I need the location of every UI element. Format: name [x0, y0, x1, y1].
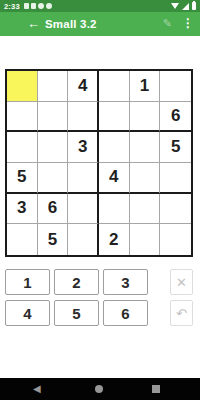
app-bar: ← Small 3.2 ✎ ⋮ — [0, 12, 200, 36]
signal-icon — [182, 3, 189, 10]
grid-cell-r6c6[interactable] — [160, 224, 191, 255]
status-bar: 2:33 — [0, 0, 200, 12]
grid-cell-r4c6[interactable] — [160, 163, 191, 194]
grid-cell-r1c6[interactable] — [160, 71, 191, 102]
grid-cell-r6c4[interactable]: 2 — [99, 224, 130, 255]
grid-cell-r1c3[interactable]: 4 — [68, 71, 99, 102]
notification-icon-2 — [31, 3, 36, 9]
grid-cell-r3c3[interactable]: 3 — [68, 132, 99, 163]
numpad-row-2: 4 5 6 ↶ — [5, 300, 193, 326]
grid-cell-r2c1[interactable] — [7, 102, 38, 133]
grid-cell-r3c5[interactable] — [130, 132, 161, 163]
grid-cell-r3c2[interactable] — [38, 132, 69, 163]
overflow-menu-icon[interactable]: ⋮ — [182, 16, 194, 30]
digit-button-3[interactable]: 3 — [103, 269, 148, 295]
grid-cell-r3c4[interactable] — [99, 132, 130, 163]
digit-button-6[interactable]: 6 — [103, 300, 148, 326]
notification-icon-3 — [38, 3, 44, 9]
grid-cell-r5c3[interactable] — [68, 194, 99, 225]
numpad-row-1: 1 2 3 ✕ — [5, 269, 193, 295]
wifi-icon — [171, 3, 179, 9]
grid-cell-r2c3[interactable] — [68, 102, 99, 133]
battery-icon — [192, 2, 196, 10]
notification-icon-4 — [46, 3, 52, 9]
grid-cell-r4c1[interactable]: 5 — [7, 163, 38, 194]
notification-icons — [24, 3, 52, 9]
clear-button[interactable]: ✕ — [170, 269, 193, 295]
page-title: Small 3.2 — [45, 18, 97, 30]
grid-cell-r3c6[interactable]: 5 — [160, 132, 191, 163]
back-icon[interactable]: ← — [27, 16, 40, 31]
grid-cell-r6c1[interactable] — [7, 224, 38, 255]
grid-cell-r2c6[interactable]: 6 — [160, 102, 191, 133]
grid-cell-r5c2[interactable]: 6 — [38, 194, 69, 225]
grid-cell-r6c5[interactable] — [130, 224, 161, 255]
grid-cell-r4c5[interactable] — [130, 163, 161, 194]
nav-recents-icon[interactable] — [152, 385, 160, 393]
phone-screen: 2:33 ← Small 3.2 ✎ ⋮ 41635543652 1 2 3 ✕… — [0, 0, 200, 400]
grid-cell-r5c6[interactable] — [160, 194, 191, 225]
digit-button-4[interactable]: 4 — [5, 300, 50, 326]
digit-button-2[interactable]: 2 — [54, 269, 99, 295]
grid-cell-r1c1[interactable] — [7, 71, 38, 102]
grid-cell-r1c5[interactable]: 1 — [130, 71, 161, 102]
android-nav-bar: ◀ — [0, 378, 200, 400]
digit-button-1[interactable]: 1 — [5, 269, 50, 295]
grid-cell-r4c3[interactable] — [68, 163, 99, 194]
grid-cell-r1c4[interactable] — [99, 71, 130, 102]
grid-cell-r5c1[interactable]: 3 — [7, 194, 38, 225]
undo-button[interactable]: ↶ — [170, 300, 193, 326]
grid-cell-r3c1[interactable] — [7, 132, 38, 163]
grid-cell-r1c2[interactable] — [38, 71, 69, 102]
grid-cell-r4c2[interactable] — [38, 163, 69, 194]
notification-icon-1 — [24, 3, 29, 9]
grid-cell-r6c2[interactable]: 5 — [38, 224, 69, 255]
digit-button-5[interactable]: 5 — [54, 300, 99, 326]
nav-home-icon[interactable] — [95, 385, 103, 393]
sudoku-grid: 41635543652 — [5, 69, 193, 257]
grid-cell-r2c4[interactable] — [99, 102, 130, 133]
grid-cell-r6c3[interactable] — [68, 224, 99, 255]
grid-cell-r2c5[interactable] — [130, 102, 161, 133]
grid-cell-r5c5[interactable] — [130, 194, 161, 225]
grid-cell-r2c2[interactable] — [38, 102, 69, 133]
grid-cell-r5c4[interactable] — [99, 194, 130, 225]
clock: 2:33 — [0, 2, 20, 11]
nav-back-icon[interactable]: ◀ — [33, 383, 41, 394]
pencil-icon[interactable]: ✎ — [163, 17, 172, 30]
numpad: 1 2 3 ✕ 4 5 6 ↶ — [5, 269, 193, 331]
grid-cell-r4c4[interactable]: 4 — [99, 163, 130, 194]
